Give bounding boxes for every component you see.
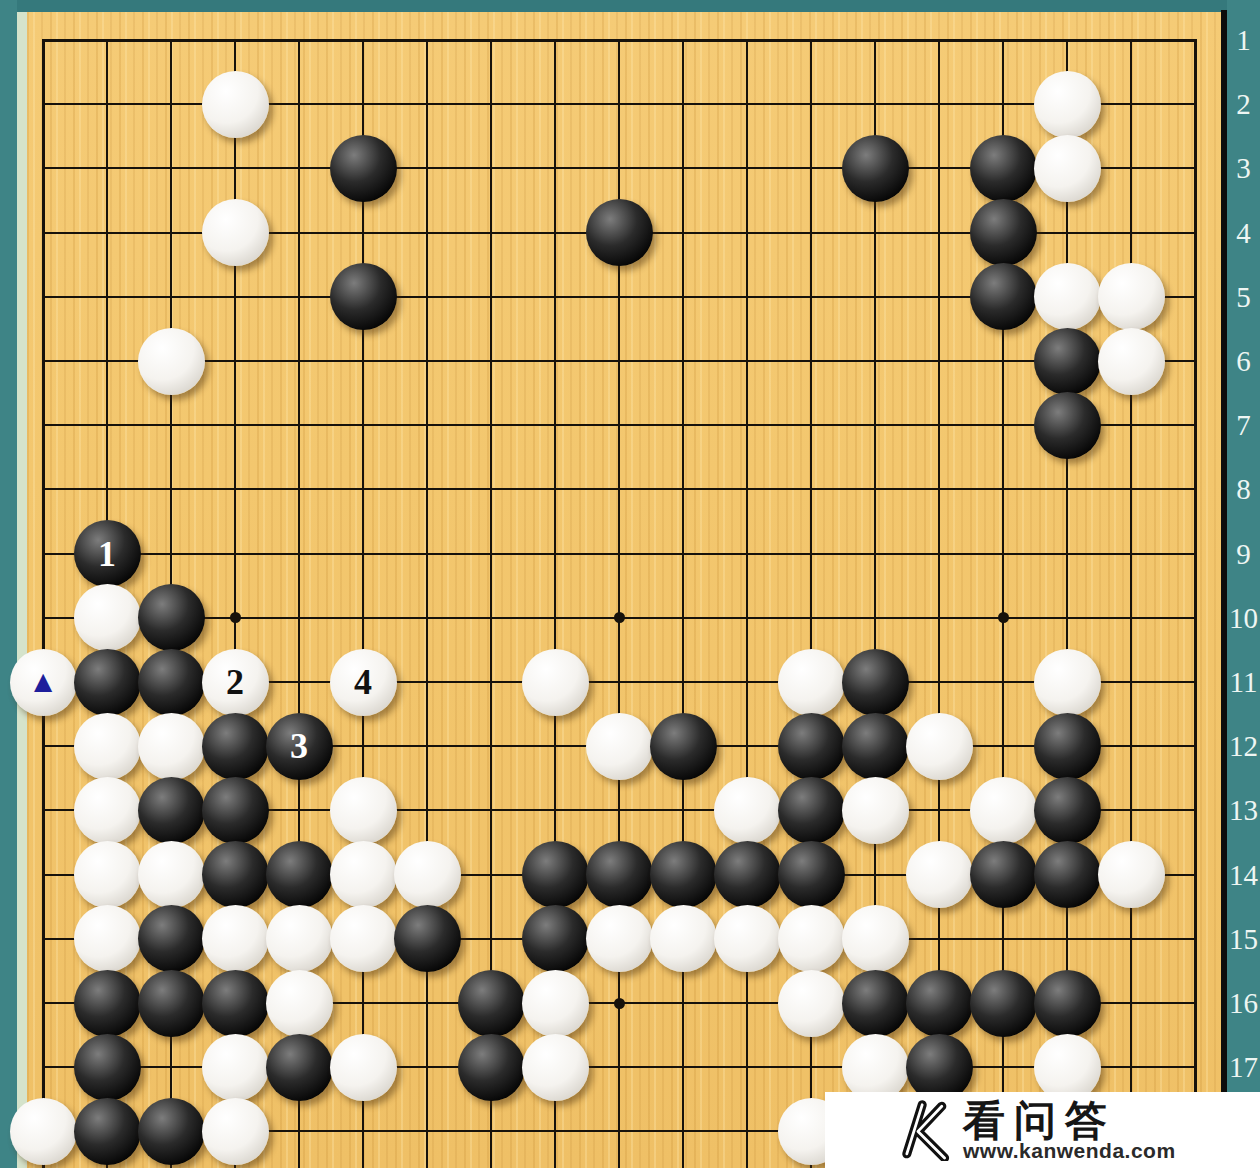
- stone-white[interactable]: [330, 905, 397, 972]
- row-label: 13: [1228, 794, 1259, 827]
- stone-white[interactable]: [522, 1034, 589, 1101]
- row-label: 8: [1228, 473, 1259, 506]
- stone-white[interactable]: [138, 328, 205, 395]
- stone-white[interactable]: [778, 649, 845, 716]
- stone-white[interactable]: [202, 199, 269, 266]
- stone-black[interactable]: [1034, 970, 1101, 1037]
- star-point: [614, 998, 625, 1009]
- stone-black[interactable]: 1: [74, 520, 141, 587]
- stone-black[interactable]: [138, 584, 205, 651]
- stone-black[interactable]: [266, 841, 333, 908]
- stone-white[interactable]: [1098, 841, 1165, 908]
- stone-black[interactable]: [842, 135, 909, 202]
- stone-black[interactable]: [1034, 392, 1101, 459]
- stone-white[interactable]: [202, 1098, 269, 1165]
- stone-white[interactable]: [842, 1034, 909, 1101]
- stone-black[interactable]: [586, 841, 653, 908]
- stone-black[interactable]: [138, 970, 205, 1037]
- stone-white[interactable]: [778, 970, 845, 1037]
- row-label: 4: [1228, 217, 1259, 250]
- watermark: 看问答 www.kanwenda.com: [825, 1092, 1260, 1168]
- stone-white[interactable]: [266, 905, 333, 972]
- grid-line-v: [1130, 39, 1132, 1168]
- board-left-edge-strip: [17, 12, 27, 1168]
- stone-black[interactable]: [1034, 841, 1101, 908]
- stone-black[interactable]: [778, 713, 845, 780]
- stone-white[interactable]: 2: [202, 649, 269, 716]
- stone-white[interactable]: [1034, 71, 1101, 138]
- grid-line-h: [42, 360, 1197, 362]
- star-point: [998, 612, 1009, 623]
- stone-white[interactable]: [522, 970, 589, 1037]
- stone-black[interactable]: [906, 1034, 973, 1101]
- stone-black[interactable]: [202, 713, 269, 780]
- triangle-mark-icon: ▲: [28, 666, 59, 697]
- stone-white[interactable]: [906, 713, 973, 780]
- stone-white[interactable]: [74, 905, 141, 972]
- go-diagram-screenshot: 1▲243 1234567891011121314151617 看问答 www.…: [0, 0, 1260, 1168]
- stone-white[interactable]: [202, 905, 269, 972]
- stone-white[interactable]: [842, 777, 909, 844]
- stone-black[interactable]: [970, 263, 1037, 330]
- stone-white[interactable]: [586, 905, 653, 972]
- row-label: 12: [1228, 730, 1259, 763]
- stone-black[interactable]: [138, 777, 205, 844]
- stone-black[interactable]: [714, 841, 781, 908]
- stone-white[interactable]: [522, 649, 589, 716]
- stone-black[interactable]: [1034, 777, 1101, 844]
- grid-line-h: [42, 553, 1197, 555]
- stone-black[interactable]: [458, 970, 525, 1037]
- stone-white[interactable]: [394, 841, 461, 908]
- stone-white[interactable]: [1034, 1034, 1101, 1101]
- stone-black[interactable]: [202, 970, 269, 1037]
- stone-white[interactable]: [586, 713, 653, 780]
- stone-white[interactable]: [202, 1034, 269, 1101]
- stone-black[interactable]: [970, 841, 1037, 908]
- stone-white[interactable]: [330, 777, 397, 844]
- row-label: 9: [1228, 538, 1259, 571]
- grid-line-v: [426, 39, 428, 1168]
- grid-line-v: [746, 39, 748, 1168]
- stone-black[interactable]: [906, 970, 973, 1037]
- stone-black[interactable]: [74, 970, 141, 1037]
- row-label: 14: [1228, 859, 1259, 892]
- row-label: 11: [1228, 666, 1259, 699]
- stone-black[interactable]: [330, 135, 397, 202]
- row-label: 5: [1228, 281, 1259, 314]
- stone-white[interactable]: [1098, 263, 1165, 330]
- stone-white[interactable]: [74, 713, 141, 780]
- stone-black[interactable]: [650, 713, 717, 780]
- stone-white[interactable]: [266, 970, 333, 1037]
- stone-black[interactable]: [586, 199, 653, 266]
- row-label: 6: [1228, 345, 1259, 378]
- stone-white[interactable]: [842, 905, 909, 972]
- row-label: 10: [1228, 602, 1259, 635]
- stone-white[interactable]: [202, 71, 269, 138]
- stone-black[interactable]: [522, 841, 589, 908]
- stone-black[interactable]: [970, 199, 1037, 266]
- stone-white[interactable]: [74, 584, 141, 651]
- stone-white[interactable]: [74, 777, 141, 844]
- stone-white[interactable]: [1034, 135, 1101, 202]
- stone-black[interactable]: [842, 713, 909, 780]
- stone-black[interactable]: [330, 263, 397, 330]
- star-point: [614, 612, 625, 623]
- stone-white[interactable]: [714, 905, 781, 972]
- stone-black[interactable]: [394, 905, 461, 972]
- stone-black[interactable]: [266, 1034, 333, 1101]
- stone-white[interactable]: [714, 777, 781, 844]
- stone-white[interactable]: [778, 905, 845, 972]
- stone-black[interactable]: [778, 777, 845, 844]
- stone-black[interactable]: 3: [266, 713, 333, 780]
- stone-black[interactable]: [1034, 713, 1101, 780]
- grid-line-v: [42, 39, 45, 1168]
- stone-black[interactable]: [74, 1098, 141, 1165]
- stone-white[interactable]: [906, 841, 973, 908]
- stone-black[interactable]: [138, 905, 205, 972]
- row-label: 17: [1228, 1051, 1259, 1084]
- stone-black[interactable]: [1034, 328, 1101, 395]
- row-label: 1: [1228, 24, 1259, 57]
- stone-white[interactable]: [138, 841, 205, 908]
- stone-black[interactable]: [202, 777, 269, 844]
- move-number-label: 1: [98, 536, 116, 572]
- stone-black[interactable]: [842, 649, 909, 716]
- row-label: 7: [1228, 409, 1259, 442]
- stone-white[interactable]: [650, 905, 717, 972]
- border-top: [0, 0, 1260, 12]
- stone-white[interactable]: [1034, 649, 1101, 716]
- grid-line-h: [42, 424, 1197, 426]
- stone-black[interactable]: [138, 1098, 205, 1165]
- grid-line-v: [1194, 39, 1197, 1168]
- stone-black[interactable]: [138, 649, 205, 716]
- row-label: 2: [1228, 88, 1259, 121]
- stone-white[interactable]: 4: [330, 649, 397, 716]
- star-point: [230, 612, 241, 623]
- stone-white[interactable]: [1098, 328, 1165, 395]
- stone-black[interactable]: [202, 841, 269, 908]
- border-left: [0, 0, 17, 1168]
- kanwenda-logo-icon: [897, 1099, 953, 1161]
- move-number-label: 4: [354, 664, 372, 700]
- stone-black[interactable]: [458, 1034, 525, 1101]
- stone-white[interactable]: [970, 777, 1037, 844]
- stone-black[interactable]: [842, 970, 909, 1037]
- stone-white[interactable]: [10, 1098, 77, 1165]
- stone-black[interactable]: [778, 841, 845, 908]
- watermark-url: www.kanwenda.com: [963, 1140, 1176, 1161]
- stone-black[interactable]: [522, 905, 589, 972]
- stone-white[interactable]: [138, 713, 205, 780]
- grid-line-v: [362, 39, 364, 1168]
- stone-black[interactable]: [970, 970, 1037, 1037]
- stone-black[interactable]: [970, 135, 1037, 202]
- grid-line-h: [42, 488, 1197, 490]
- row-label: 3: [1228, 152, 1259, 185]
- stone-white[interactable]: [74, 841, 141, 908]
- row-label: 15: [1228, 923, 1259, 956]
- move-number-label: 2: [226, 664, 244, 700]
- watermark-title: 看问答: [963, 1100, 1176, 1142]
- stone-white[interactable]: [330, 1034, 397, 1101]
- row-label: 16: [1228, 987, 1259, 1020]
- grid-line-v: [682, 39, 684, 1168]
- stone-white[interactable]: ▲: [10, 649, 77, 716]
- stone-black[interactable]: [74, 649, 141, 716]
- stone-black[interactable]: [650, 841, 717, 908]
- stone-black[interactable]: [74, 1034, 141, 1101]
- stone-white[interactable]: [1034, 263, 1101, 330]
- grid-line-h: [42, 39, 1197, 42]
- stone-white[interactable]: [330, 841, 397, 908]
- move-number-label: 3: [290, 728, 308, 764]
